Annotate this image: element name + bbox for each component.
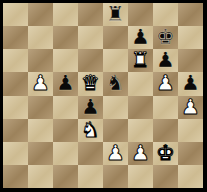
square-a4[interactable] xyxy=(3,96,28,119)
square-e7[interactable] xyxy=(103,26,128,49)
square-b2[interactable] xyxy=(28,142,53,165)
piece-white-queen[interactable]: ♛ xyxy=(81,73,100,94)
square-a5[interactable] xyxy=(3,72,28,95)
square-c1[interactable] xyxy=(53,165,78,188)
piece-black-rook[interactable]: ♜ xyxy=(106,4,125,25)
square-h2[interactable] xyxy=(178,142,203,165)
square-e8[interactable]: ♜ xyxy=(103,3,128,26)
board-frame: ♜♟♚♜♟♟♟♛♞♟♟♟♟♞♟♟♚ xyxy=(0,0,207,192)
square-a3[interactable] xyxy=(3,119,28,142)
square-d3[interactable]: ♞ xyxy=(78,119,103,142)
square-c8[interactable] xyxy=(53,3,78,26)
square-h5[interactable]: ♟ xyxy=(178,72,203,95)
piece-white-pawn[interactable]: ♟ xyxy=(106,143,125,164)
piece-white-pawn[interactable]: ♟ xyxy=(156,73,175,94)
square-b4[interactable] xyxy=(28,96,53,119)
square-f7[interactable]: ♟ xyxy=(128,26,153,49)
square-g7[interactable]: ♚ xyxy=(153,26,178,49)
square-d8[interactable] xyxy=(78,3,103,26)
piece-black-pawn[interactable]: ♟ xyxy=(56,73,75,94)
square-f4[interactable] xyxy=(128,96,153,119)
chess-board: ♜♟♚♜♟♟♟♛♞♟♟♟♟♞♟♟♚ xyxy=(3,3,203,188)
square-f1[interactable] xyxy=(128,165,153,188)
square-g2[interactable]: ♚ xyxy=(153,142,178,165)
piece-white-pawn[interactable]: ♟ xyxy=(181,97,200,118)
square-g1[interactable] xyxy=(153,165,178,188)
piece-black-pawn[interactable]: ♟ xyxy=(81,97,100,118)
square-d6[interactable] xyxy=(78,49,103,72)
piece-black-pawn[interactable]: ♟ xyxy=(181,73,200,94)
piece-black-king[interactable]: ♚ xyxy=(156,27,175,48)
piece-white-king[interactable]: ♚ xyxy=(156,143,175,164)
square-e5[interactable]: ♞ xyxy=(103,72,128,95)
square-d2[interactable] xyxy=(78,142,103,165)
square-d1[interactable] xyxy=(78,165,103,188)
piece-black-pawn[interactable]: ♟ xyxy=(131,27,150,48)
square-f3[interactable] xyxy=(128,119,153,142)
square-c6[interactable] xyxy=(53,49,78,72)
square-e1[interactable] xyxy=(103,165,128,188)
piece-black-knight[interactable]: ♞ xyxy=(106,73,125,94)
square-b1[interactable] xyxy=(28,165,53,188)
piece-white-pawn[interactable]: ♟ xyxy=(131,143,150,164)
piece-white-knight[interactable]: ♞ xyxy=(81,120,100,141)
square-h6[interactable] xyxy=(178,49,203,72)
square-f5[interactable] xyxy=(128,72,153,95)
square-h3[interactable] xyxy=(178,119,203,142)
square-b6[interactable] xyxy=(28,49,53,72)
square-g5[interactable]: ♟ xyxy=(153,72,178,95)
square-e6[interactable] xyxy=(103,49,128,72)
square-b5[interactable]: ♟ xyxy=(28,72,53,95)
square-e2[interactable]: ♟ xyxy=(103,142,128,165)
square-h4[interactable]: ♟ xyxy=(178,96,203,119)
square-c3[interactable] xyxy=(53,119,78,142)
square-e4[interactable] xyxy=(103,96,128,119)
square-f8[interactable] xyxy=(128,3,153,26)
piece-black-pawn[interactable]: ♟ xyxy=(156,50,175,71)
square-a8[interactable] xyxy=(3,3,28,26)
square-c7[interactable] xyxy=(53,26,78,49)
square-a6[interactable] xyxy=(3,49,28,72)
square-a7[interactable] xyxy=(3,26,28,49)
square-g6[interactable]: ♟ xyxy=(153,49,178,72)
square-d5[interactable]: ♛ xyxy=(78,72,103,95)
square-a1[interactable] xyxy=(3,165,28,188)
square-c5[interactable]: ♟ xyxy=(53,72,78,95)
piece-white-rook[interactable]: ♜ xyxy=(131,50,150,71)
square-f6[interactable]: ♜ xyxy=(128,49,153,72)
square-b3[interactable] xyxy=(28,119,53,142)
square-e3[interactable] xyxy=(103,119,128,142)
square-h7[interactable] xyxy=(178,26,203,49)
square-b8[interactable] xyxy=(28,3,53,26)
square-b7[interactable] xyxy=(28,26,53,49)
square-c2[interactable] xyxy=(53,142,78,165)
square-a2[interactable] xyxy=(3,142,28,165)
square-d7[interactable] xyxy=(78,26,103,49)
square-c4[interactable] xyxy=(53,96,78,119)
square-h8[interactable] xyxy=(178,3,203,26)
square-g8[interactable] xyxy=(153,3,178,26)
piece-white-pawn[interactable]: ♟ xyxy=(31,73,50,94)
square-g4[interactable] xyxy=(153,96,178,119)
square-d4[interactable]: ♟ xyxy=(78,96,103,119)
square-g3[interactable] xyxy=(153,119,178,142)
square-h1[interactable] xyxy=(178,165,203,188)
square-f2[interactable]: ♟ xyxy=(128,142,153,165)
